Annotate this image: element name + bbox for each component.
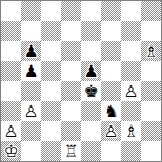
square-e1[interactable] — [81, 141, 101, 161]
black-pawn-piece: ♟ — [21, 41, 41, 61]
square-b3[interactable]: ♟♙ — [21, 101, 41, 121]
square-e6[interactable] — [81, 41, 101, 61]
white-rook-piece: ♜♖ — [61, 141, 81, 161]
square-h2[interactable] — [141, 121, 161, 141]
square-g3[interactable] — [121, 101, 141, 121]
square-f1[interactable] — [101, 141, 121, 161]
square-f8[interactable] — [101, 1, 121, 21]
white-bishop-piece: ♝♗ — [141, 41, 161, 61]
square-a7[interactable] — [1, 21, 21, 41]
square-a2[interactable]: ♟♙ — [1, 121, 21, 141]
square-c1[interactable] — [41, 141, 61, 161]
chess-board: ♟♝♗♟♟♚♟♙♟♙♞♟♙♟♙♝♗♚♔♜♖ — [0, 0, 162, 162]
square-c5[interactable] — [41, 61, 61, 81]
white-king-piece: ♚♔ — [1, 141, 21, 161]
white-pawn-piece: ♟♙ — [121, 81, 141, 101]
square-f2[interactable]: ♟♙ — [101, 121, 121, 141]
square-g8[interactable] — [121, 1, 141, 21]
white-pawn-piece: ♟♙ — [101, 121, 121, 141]
square-e5[interactable]: ♟ — [81, 61, 101, 81]
square-g1[interactable] — [121, 141, 141, 161]
square-a5[interactable] — [1, 61, 21, 81]
square-f3[interactable]: ♞ — [101, 101, 121, 121]
square-f6[interactable] — [101, 41, 121, 61]
square-d5[interactable] — [61, 61, 81, 81]
square-c4[interactable] — [41, 81, 61, 101]
square-e4[interactable]: ♚ — [81, 81, 101, 101]
square-a3[interactable] — [1, 101, 21, 121]
square-d2[interactable] — [61, 121, 81, 141]
square-d7[interactable] — [61, 21, 81, 41]
square-a4[interactable] — [1, 81, 21, 101]
square-h8[interactable] — [141, 1, 161, 21]
square-d3[interactable] — [61, 101, 81, 121]
square-b5[interactable]: ♟ — [21, 61, 41, 81]
square-d4[interactable] — [61, 81, 81, 101]
square-b1[interactable] — [21, 141, 41, 161]
square-c3[interactable] — [41, 101, 61, 121]
square-e3[interactable] — [81, 101, 101, 121]
square-c7[interactable] — [41, 21, 61, 41]
square-g6[interactable] — [121, 41, 141, 61]
square-h1[interactable] — [141, 141, 161, 161]
white-pawn-piece: ♟♙ — [21, 101, 41, 121]
white-pawn-piece: ♟♙ — [1, 121, 21, 141]
square-f7[interactable] — [101, 21, 121, 41]
square-h6[interactable]: ♝♗ — [141, 41, 161, 61]
square-h4[interactable] — [141, 81, 161, 101]
square-c6[interactable] — [41, 41, 61, 61]
square-e7[interactable] — [81, 21, 101, 41]
square-h3[interactable] — [141, 101, 161, 121]
black-pawn-piece: ♟ — [81, 61, 101, 81]
square-d1[interactable]: ♜♖ — [61, 141, 81, 161]
square-e2[interactable] — [81, 121, 101, 141]
square-d6[interactable] — [61, 41, 81, 61]
square-g5[interactable] — [121, 61, 141, 81]
white-bishop-piece: ♝♗ — [121, 121, 141, 141]
square-f4[interactable] — [101, 81, 121, 101]
black-pawn-piece: ♟ — [21, 61, 41, 81]
square-f5[interactable] — [101, 61, 121, 81]
square-c8[interactable] — [41, 1, 61, 21]
square-b2[interactable] — [21, 121, 41, 141]
square-g4[interactable]: ♟♙ — [121, 81, 141, 101]
square-a6[interactable] — [1, 41, 21, 61]
square-h7[interactable] — [141, 21, 161, 41]
square-b8[interactable] — [21, 1, 41, 21]
square-a8[interactable] — [1, 1, 21, 21]
square-e8[interactable] — [81, 1, 101, 21]
square-c2[interactable] — [41, 121, 61, 141]
square-g7[interactable] — [121, 21, 141, 41]
black-knight-piece: ♞ — [101, 101, 121, 121]
square-h5[interactable] — [141, 61, 161, 81]
square-b6[interactable]: ♟ — [21, 41, 41, 61]
square-b4[interactable] — [21, 81, 41, 101]
square-g2[interactable]: ♝♗ — [121, 121, 141, 141]
square-b7[interactable] — [21, 21, 41, 41]
black-king-piece: ♚ — [81, 81, 101, 101]
square-d8[interactable] — [61, 1, 81, 21]
square-a1[interactable]: ♚♔ — [1, 141, 21, 161]
